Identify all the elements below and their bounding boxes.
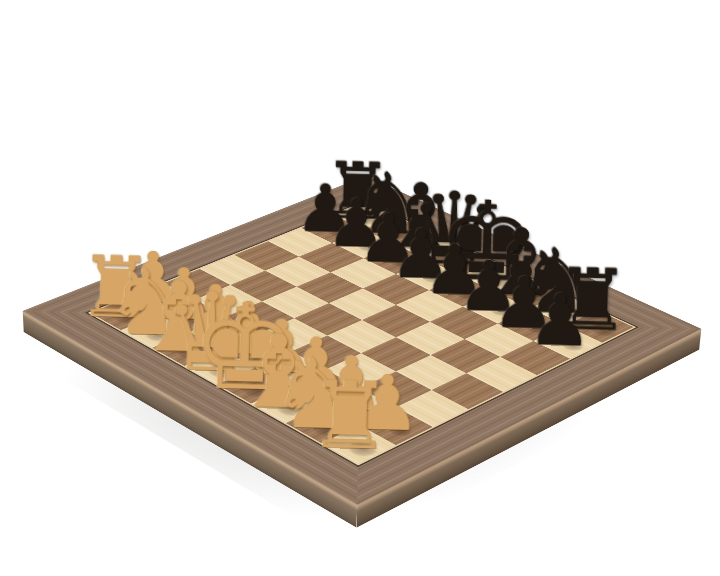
piece-white-rook-h1[interactable]: ♜ <box>228 259 475 452</box>
chess-board: ♜♞♝♛♚♝♞♜♟♟♟♟♟♟♟♟♟♟♟♟♟♟♟♟♜♞♝♛♚♝♞♜ <box>23 176 702 505</box>
